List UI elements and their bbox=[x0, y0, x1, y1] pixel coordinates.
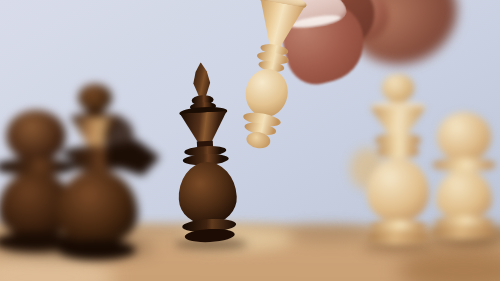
white-king-crown bbox=[252, 0, 305, 51]
photo-chess-scene bbox=[0, 0, 500, 281]
